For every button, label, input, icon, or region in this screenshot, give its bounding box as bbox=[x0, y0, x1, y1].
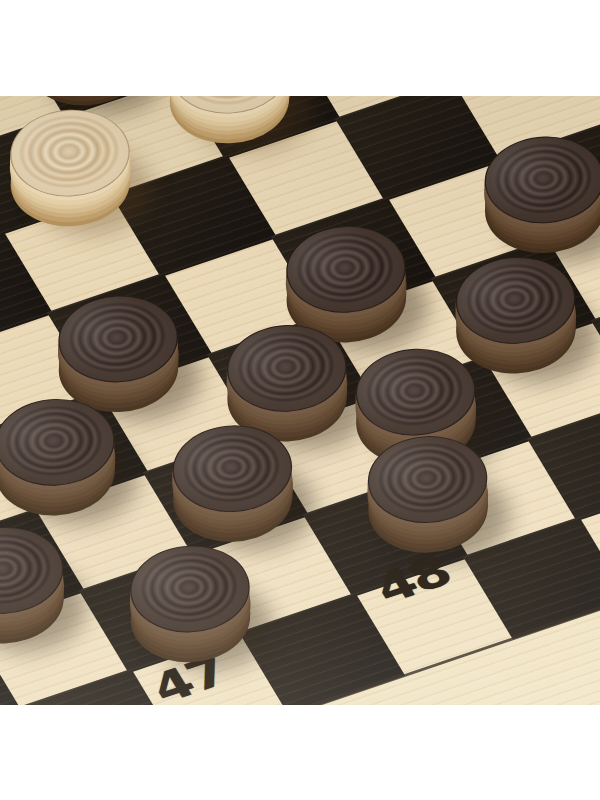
board-photo: 4748 bbox=[0, 96, 600, 705]
board-plane: 4748 bbox=[0, 96, 600, 705]
